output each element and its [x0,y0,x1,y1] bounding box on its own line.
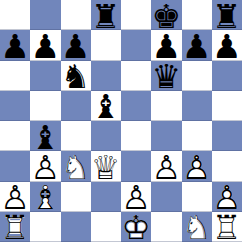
square-h5[interactable] [212,91,242,121]
white-knight-glyph: ♞ [182,212,212,242]
piece-black-bishop[interactable]: ♝ [30,121,60,151]
black-pawn-glyph: ♟ [0,31,30,61]
square-f7[interactable]: ♟ [151,30,181,60]
square-g7[interactable]: ♟ [182,30,212,60]
square-b4[interactable]: ♝ [30,121,60,151]
square-b6[interactable] [30,61,60,91]
white-pawn-glyph: ♟ [212,182,242,212]
square-d1[interactable] [91,212,121,242]
square-c1[interactable] [61,212,91,242]
piece-white-pawn[interactable]: ♟♙ [151,151,181,181]
white-pawn-outline-glyph: ♙ [0,182,30,212]
white-knight-outline-glyph: ♘ [182,212,212,242]
piece-black-bishop[interactable]: ♝ [91,91,121,121]
white-knight-glyph: ♞ [61,152,91,182]
square-g6[interactable] [182,61,212,91]
square-b1[interactable] [30,212,60,242]
white-rook-glyph: ♜ [212,212,242,242]
piece-black-knight[interactable]: ♞ [61,61,91,91]
black-king-glyph: ♚ [151,1,181,31]
square-d6[interactable] [91,61,121,91]
white-pawn-outline-glyph: ♙ [30,152,60,182]
square-d2[interactable] [91,182,121,212]
black-rook-glyph: ♜ [212,1,242,31]
square-h1[interactable]: ♜♖ [212,212,242,242]
piece-white-king[interactable]: ♚♔ [121,212,151,242]
black-pawn-glyph: ♟ [182,31,212,61]
piece-white-rook[interactable]: ♜♖ [212,212,242,242]
white-pawn-glyph: ♟ [182,152,212,182]
white-pawn-glyph: ♟ [30,152,60,182]
white-rook-outline-glyph: ♖ [0,212,30,242]
white-king-outline-glyph: ♔ [121,212,151,242]
square-a1[interactable]: ♜♖ [0,212,30,242]
piece-black-rook[interactable]: ♜ [212,0,242,30]
piece-white-pawn[interactable]: ♟♙ [212,182,242,212]
square-c4[interactable] [61,121,91,151]
square-f5[interactable] [151,91,181,121]
piece-black-pawn[interactable]: ♟ [0,30,30,60]
white-queen-glyph: ♛ [91,152,121,182]
square-a5[interactable] [0,91,30,121]
square-h8[interactable]: ♜ [212,0,242,30]
square-b7[interactable]: ♟ [30,30,60,60]
white-king-glyph: ♚ [121,212,151,242]
square-b3[interactable]: ♟♙ [30,151,60,181]
white-queen-outline-glyph: ♕ [91,152,121,182]
white-pawn-outline-glyph: ♙ [121,182,151,212]
piece-white-pawn[interactable]: ♟♙ [30,151,60,181]
white-pawn-outline-glyph: ♙ [182,152,212,182]
piece-white-knight[interactable]: ♞♘ [61,151,91,181]
square-c2[interactable] [61,182,91,212]
black-knight-glyph: ♞ [61,61,91,91]
piece-white-pawn[interactable]: ♟♙ [121,182,151,212]
square-a7[interactable]: ♟ [0,30,30,60]
square-e4[interactable] [121,121,151,151]
square-f2[interactable] [151,182,181,212]
square-h4[interactable] [212,121,242,151]
black-pawn-glyph: ♟ [61,31,91,61]
white-pawn-outline-glyph: ♙ [212,182,242,212]
piece-white-pawn[interactable]: ♟♙ [182,151,212,181]
square-h3[interactable] [212,151,242,181]
square-d8[interactable]: ♜ [91,0,121,30]
square-e7[interactable] [121,30,151,60]
square-d7[interactable] [91,30,121,60]
square-d3[interactable]: ♛♕ [91,151,121,181]
white-pawn-glyph: ♟ [151,152,181,182]
square-f4[interactable] [151,121,181,151]
square-e1[interactable]: ♚♔ [121,212,151,242]
square-c8[interactable] [61,0,91,30]
piece-white-rook[interactable]: ♜♖ [0,212,30,242]
square-b2[interactable]: ♝♗ [30,182,60,212]
square-a4[interactable] [0,121,30,151]
square-g8[interactable] [182,0,212,30]
square-f3[interactable]: ♟♙ [151,151,181,181]
square-h2[interactable]: ♟♙ [212,182,242,212]
white-rook-glyph: ♜ [0,212,30,242]
square-f1[interactable] [151,212,181,242]
square-g5[interactable] [182,91,212,121]
square-c7[interactable]: ♟ [61,30,91,60]
square-h7[interactable]: ♟ [212,30,242,60]
black-pawn-glyph: ♟ [212,31,242,61]
black-bishop-glyph: ♝ [30,122,60,152]
piece-black-king[interactable]: ♚ [151,0,181,30]
white-bishop-glyph: ♝ [30,182,60,212]
black-rook-glyph: ♜ [91,1,121,31]
piece-black-pawn[interactable]: ♟ [61,30,91,60]
square-e5[interactable] [121,91,151,121]
piece-white-bishop[interactable]: ♝♗ [30,182,60,212]
piece-black-pawn[interactable]: ♟ [182,30,212,60]
square-d4[interactable] [91,121,121,151]
square-d5[interactable]: ♝ [91,91,121,121]
piece-white-pawn[interactable]: ♟♙ [0,182,30,212]
piece-black-queen[interactable]: ♛ [151,61,181,91]
square-c6[interactable]: ♞ [61,61,91,91]
black-queen-glyph: ♛ [151,61,181,91]
square-c3[interactable]: ♞♘ [61,151,91,181]
square-g4[interactable] [182,121,212,151]
square-a3[interactable] [0,151,30,181]
white-rook-outline-glyph: ♖ [212,212,242,242]
square-f8[interactable]: ♚ [151,0,181,30]
white-pawn-glyph: ♟ [121,182,151,212]
black-pawn-glyph: ♟ [30,31,60,61]
piece-black-rook[interactable]: ♜ [91,0,121,30]
square-g1[interactable]: ♞♘ [182,212,212,242]
white-bishop-outline-glyph: ♗ [30,182,60,212]
square-b8[interactable] [30,0,60,30]
square-e6[interactable] [121,61,151,91]
square-a8[interactable] [0,0,30,30]
black-bishop-glyph: ♝ [91,91,121,121]
square-f6[interactable]: ♛ [151,61,181,91]
chess-board: ♜♚♜♟♟♟♟♟♟♞♛♝♝♟♙♞♘♛♕♟♙♟♙♟♙♝♗♟♙♟♙♜♖♚♔♞♘♜♖ [0,0,242,242]
square-a2[interactable]: ♟♙ [0,182,30,212]
square-e8[interactable] [121,0,151,30]
piece-black-pawn[interactable]: ♟ [30,30,60,60]
square-a6[interactable] [0,61,30,91]
square-c5[interactable] [61,91,91,121]
white-knight-outline-glyph: ♘ [61,152,91,182]
square-e2[interactable]: ♟♙ [121,182,151,212]
piece-black-pawn[interactable]: ♟ [151,30,181,60]
piece-white-queen[interactable]: ♛♕ [91,151,121,181]
square-b5[interactable] [30,91,60,121]
black-pawn-glyph: ♟ [151,31,181,61]
square-g3[interactable]: ♟♙ [182,151,212,181]
square-h6[interactable] [212,61,242,91]
square-g2[interactable] [182,182,212,212]
white-pawn-outline-glyph: ♙ [151,152,181,182]
white-pawn-glyph: ♟ [0,182,30,212]
square-e3[interactable] [121,151,151,181]
piece-black-pawn[interactable]: ♟ [212,30,242,60]
piece-white-knight[interactable]: ♞♘ [182,212,212,242]
